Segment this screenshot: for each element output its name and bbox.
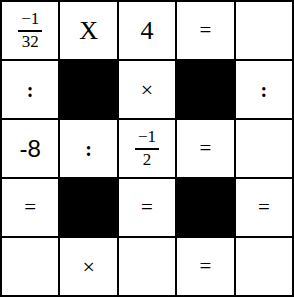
fraction-numerator: −1 (135, 128, 159, 150)
cell-r3c3: −12 (119, 120, 175, 177)
cell-r1c2: X (60, 2, 116, 59)
cell-r5c1-answer[interactable] (2, 238, 58, 295)
cell-r1c1: −132 (2, 2, 58, 59)
fraction: −132 (18, 10, 42, 51)
cell-value: : (260, 80, 267, 100)
cell-value: = (258, 197, 270, 218)
cell-value: X (79, 18, 98, 44)
cell-r3c2: : (60, 120, 116, 177)
cell-r1c4: = (177, 2, 233, 59)
cell-r4c2-block (60, 179, 116, 236)
cell-r3c4: = (177, 120, 233, 177)
cell-value: : (27, 80, 34, 100)
cross-math-board: −132X4=:×:-8:−12====×= (0, 0, 294, 297)
cell-value: × (82, 256, 94, 278)
cell-value: = (141, 197, 153, 218)
cell-value: 4 (140, 18, 153, 44)
cell-r5c3-answer[interactable] (119, 238, 175, 295)
cell-r2c3: × (119, 61, 175, 118)
cell-r1c3: 4 (119, 2, 175, 59)
cell-value: = (24, 197, 36, 218)
cell-r2c5: : (236, 61, 292, 118)
cell-r4c5: = (236, 179, 292, 236)
cell-value: = (199, 256, 211, 277)
cell-value: = (199, 20, 211, 41)
cell-value: -8 (20, 137, 41, 161)
cell-r5c5-answer[interactable] (236, 238, 292, 295)
cell-r4c3: = (119, 179, 175, 236)
cell-r3c1: -8 (2, 120, 58, 177)
cell-r4c4-block (177, 179, 233, 236)
cell-r4c1: = (2, 179, 58, 236)
fraction-numerator: −1 (18, 10, 42, 32)
cell-r2c2-block (60, 61, 116, 118)
cell-r3c5-answer[interactable] (236, 120, 292, 177)
cell-r5c4: = (177, 238, 233, 295)
cell-value: : (85, 139, 92, 159)
cell-r1c5-answer[interactable] (236, 2, 292, 59)
fraction-denominator: 32 (22, 32, 39, 52)
cell-value: = (199, 138, 211, 159)
cell-r5c2: × (60, 238, 116, 295)
fraction: −12 (135, 128, 159, 169)
cell-value: × (141, 79, 153, 101)
fraction-denominator: 2 (143, 150, 152, 170)
cell-r2c1: : (2, 61, 58, 118)
cell-r2c4-block (177, 61, 233, 118)
